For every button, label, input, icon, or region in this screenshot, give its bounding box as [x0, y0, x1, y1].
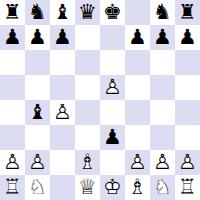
piece-white-pawn[interactable]: ♟♙ [175, 150, 200, 175]
piece-outline: ♙ [50, 100, 75, 125]
square-a3[interactable] [0, 125, 25, 150]
square-f6[interactable] [125, 50, 150, 75]
piece-black-pawn[interactable]: ♟ [25, 25, 50, 50]
square-b7[interactable]: ♟ [25, 25, 50, 50]
square-c3[interactable] [50, 125, 75, 150]
piece-outline: ♙ [25, 150, 50, 175]
square-c4[interactable]: ♟♙ [50, 100, 75, 125]
square-h2[interactable]: ♟♙ [175, 150, 200, 175]
piece-white-pawn[interactable]: ♟♙ [0, 150, 25, 175]
piece-black-queen[interactable]: ♛ [75, 0, 100, 25]
square-g7[interactable]: ♟ [150, 25, 175, 50]
piece-outline: ♗ [125, 175, 150, 200]
square-a8[interactable]: ♜ [0, 0, 25, 25]
piece-black-pawn[interactable]: ♟ [150, 25, 175, 50]
piece-black-rook[interactable]: ♜ [0, 0, 25, 25]
square-f1[interactable]: ♝♗ [125, 175, 150, 200]
square-a2[interactable]: ♟♙ [0, 150, 25, 175]
piece-outline: ♙ [150, 150, 175, 175]
piece-black-bishop[interactable]: ♝ [50, 0, 75, 25]
square-d5[interactable] [75, 75, 100, 100]
square-f3[interactable] [125, 125, 150, 150]
piece-outline: ♖ [175, 175, 200, 200]
square-f7[interactable]: ♟ [125, 25, 150, 50]
piece-outline: ♗ [75, 150, 100, 175]
piece-glyph: ♚ [100, 0, 125, 25]
square-d3[interactable] [75, 125, 100, 150]
square-h3[interactable] [175, 125, 200, 150]
square-e4[interactable] [100, 100, 125, 125]
square-h8[interactable]: ♜ [175, 0, 200, 25]
piece-glyph: ♜ [0, 0, 25, 25]
piece-white-bishop[interactable]: ♝♗ [75, 150, 100, 175]
square-e1[interactable]: ♚♔ [100, 175, 125, 200]
piece-glyph: ♟ [0, 25, 25, 50]
square-h5[interactable] [175, 75, 200, 100]
piece-glyph: ♝ [25, 100, 50, 125]
square-g1[interactable]: ♞♘ [150, 175, 175, 200]
square-h1[interactable]: ♜♖ [175, 175, 200, 200]
piece-outline: ♘ [150, 175, 175, 200]
square-e7[interactable] [100, 25, 125, 50]
square-g4[interactable] [150, 100, 175, 125]
piece-black-knight[interactable]: ♞ [150, 0, 175, 25]
square-g5[interactable] [150, 75, 175, 100]
piece-white-bishop[interactable]: ♝♗ [125, 175, 150, 200]
piece-black-king[interactable]: ♚ [100, 0, 125, 25]
piece-white-pawn[interactable]: ♟♙ [150, 150, 175, 175]
square-e8[interactable]: ♚ [100, 0, 125, 25]
piece-black-pawn[interactable]: ♟ [50, 25, 75, 50]
square-b5[interactable] [25, 75, 50, 100]
square-b2[interactable]: ♟♙ [25, 150, 50, 175]
square-g8[interactable]: ♞ [150, 0, 175, 25]
piece-black-bishop[interactable]: ♝ [25, 100, 50, 125]
piece-glyph: ♟ [100, 125, 125, 150]
square-f4[interactable] [125, 100, 150, 125]
square-g2[interactable]: ♟♙ [150, 150, 175, 175]
square-b6[interactable] [25, 50, 50, 75]
piece-white-pawn[interactable]: ♟♙ [100, 75, 125, 100]
chess-board: ♜♞♝♛♚♞♜♟♟♟♟♟♟♟♙♝♟♙♟♟♙♟♙♝♗♟♙♟♙♟♙♜♖♞♘♛♕♚♔♝… [0, 0, 200, 200]
piece-white-queen[interactable]: ♛♕ [75, 175, 100, 200]
piece-white-knight[interactable]: ♞♘ [150, 175, 175, 200]
piece-white-rook[interactable]: ♜♖ [0, 175, 25, 200]
piece-white-king[interactable]: ♚♔ [100, 175, 125, 200]
piece-glyph: ♝ [50, 0, 75, 25]
piece-black-pawn[interactable]: ♟ [125, 25, 150, 50]
square-c2[interactable] [50, 150, 75, 175]
piece-white-pawn[interactable]: ♟♙ [125, 150, 150, 175]
square-f2[interactable]: ♟♙ [125, 150, 150, 175]
square-c7[interactable]: ♟ [50, 25, 75, 50]
piece-white-pawn[interactable]: ♟♙ [25, 150, 50, 175]
square-h4[interactable] [175, 100, 200, 125]
piece-glyph: ♟ [150, 25, 175, 50]
square-c1[interactable] [50, 175, 75, 200]
piece-outline: ♙ [125, 150, 150, 175]
piece-black-pawn[interactable]: ♟ [175, 25, 200, 50]
piece-outline: ♙ [0, 150, 25, 175]
square-e6[interactable] [100, 50, 125, 75]
square-e2[interactable] [100, 150, 125, 175]
piece-glyph: ♟ [25, 25, 50, 50]
square-d8[interactable]: ♛ [75, 0, 100, 25]
square-d7[interactable] [75, 25, 100, 50]
piece-glyph: ♟ [125, 25, 150, 50]
piece-outline: ♖ [0, 175, 25, 200]
piece-black-knight[interactable]: ♞ [25, 0, 50, 25]
piece-outline: ♙ [175, 150, 200, 175]
piece-outline: ♕ [75, 175, 100, 200]
square-d4[interactable] [75, 100, 100, 125]
square-c6[interactable] [50, 50, 75, 75]
square-c8[interactable]: ♝ [50, 0, 75, 25]
piece-outline: ♘ [25, 175, 50, 200]
piece-white-knight[interactable]: ♞♘ [25, 175, 50, 200]
piece-outline [125, 0, 150, 25]
square-g3[interactable] [150, 125, 175, 150]
square-d1[interactable]: ♛♕ [75, 175, 100, 200]
square-b4[interactable]: ♝ [25, 100, 50, 125]
square-d6[interactable] [75, 50, 100, 75]
square-e3[interactable]: ♟ [100, 125, 125, 150]
piece-glyph: ♟ [175, 25, 200, 50]
piece-glyph: ♞ [25, 0, 50, 25]
piece-white-rook[interactable]: ♜♖ [175, 175, 200, 200]
square-b8[interactable]: ♞ [25, 0, 50, 25]
square-d2[interactable]: ♝♗ [75, 150, 100, 175]
square-e5[interactable]: ♟♙ [100, 75, 125, 100]
square-c5[interactable] [50, 75, 75, 100]
piece-outline: ♔ [100, 175, 125, 200]
piece-glyph: ♟ [50, 25, 75, 50]
square-a4[interactable] [0, 100, 25, 125]
square-a1[interactable]: ♜♖ [0, 175, 25, 200]
square-b1[interactable]: ♞♘ [25, 175, 50, 200]
square-b3[interactable] [25, 125, 50, 150]
piece-white-pawn[interactable]: ♟♙ [50, 100, 75, 125]
square-h6[interactable] [175, 50, 200, 75]
piece-glyph: ♜ [175, 0, 200, 25]
square-h7[interactable]: ♟ [175, 25, 200, 50]
piece-glyph: ♛ [75, 0, 100, 25]
piece-outline: ♙ [100, 75, 125, 100]
piece-black-pawn[interactable]: ♟ [100, 125, 125, 150]
piece-black-pawn[interactable]: ♟ [0, 25, 25, 50]
square-f5[interactable] [125, 75, 150, 100]
square-g6[interactable] [150, 50, 175, 75]
piece-black-rook[interactable]: ♜ [175, 0, 200, 25]
square-a7[interactable]: ♟ [0, 25, 25, 50]
square-f8[interactable] [125, 0, 150, 25]
square-a6[interactable] [0, 50, 25, 75]
square-a5[interactable] [0, 75, 25, 100]
piece-white-undefined[interactable] [125, 0, 150, 25]
piece-glyph: ♞ [150, 0, 175, 25]
